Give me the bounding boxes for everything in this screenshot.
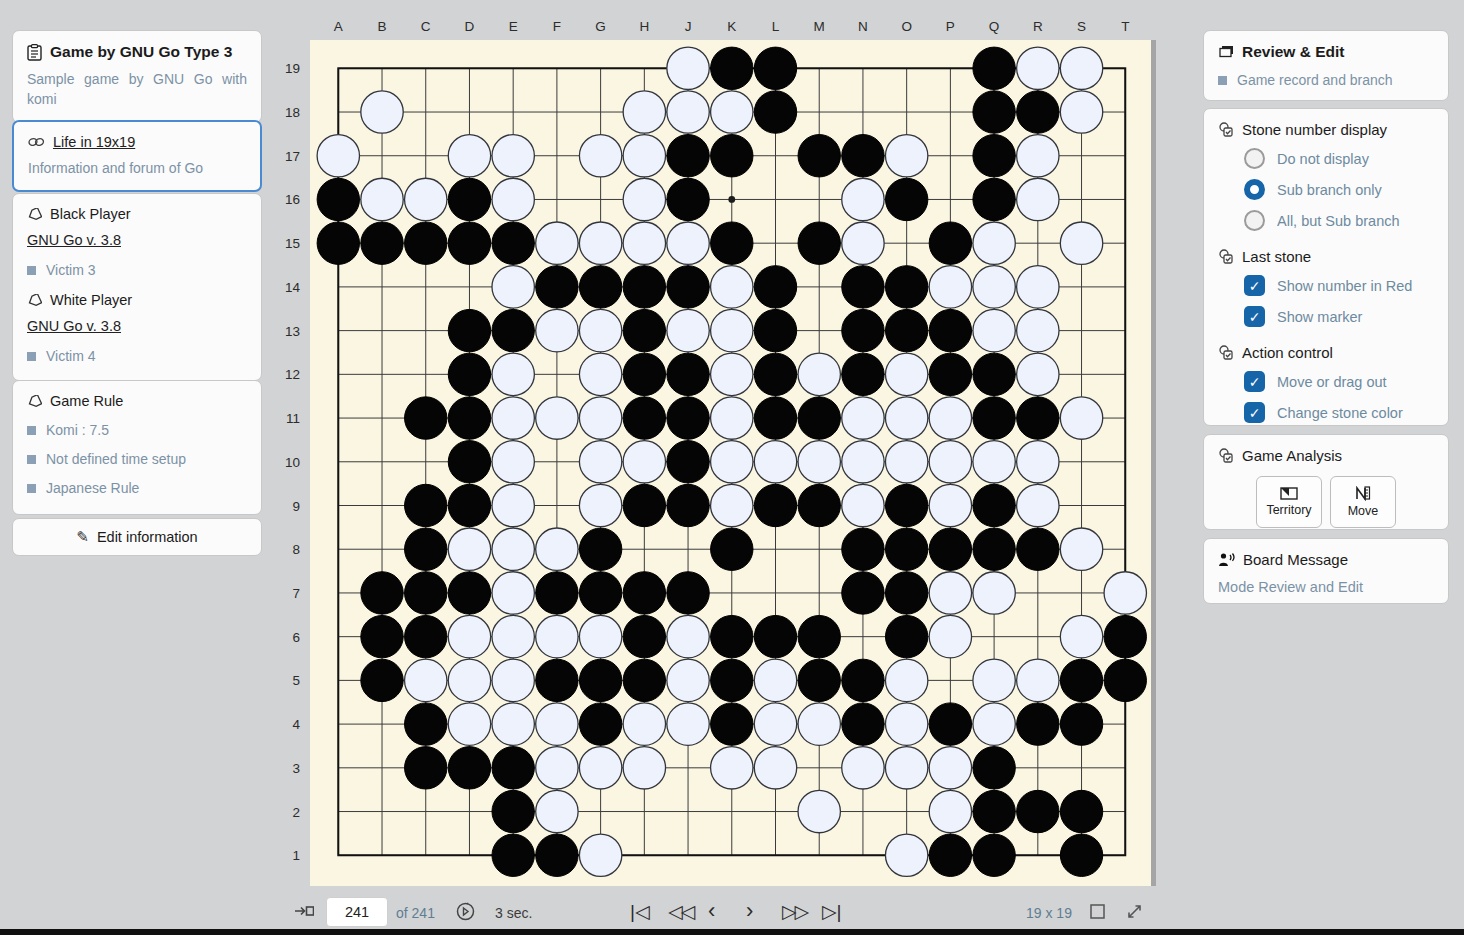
fast-forward-button[interactable]: ▷▷: [782, 900, 807, 923]
stone-black[interactable]: [885, 528, 927, 570]
stone-white[interactable]: [885, 747, 927, 789]
stone-black[interactable]: [754, 47, 796, 89]
stone-black[interactable]: [973, 747, 1015, 789]
stone-black[interactable]: [885, 615, 927, 657]
stone-white[interactable]: [492, 703, 534, 745]
stone-white[interactable]: [754, 441, 796, 483]
stone-black[interactable]: [361, 222, 403, 264]
stone-white[interactable]: [711, 91, 753, 133]
stone-black[interactable]: [929, 703, 971, 745]
stone-white[interactable]: [885, 441, 927, 483]
stone-black[interactable]: [842, 353, 884, 395]
stone-black[interactable]: [492, 834, 534, 876]
stone-black[interactable]: [973, 834, 1015, 876]
edit-information-button[interactable]: ✎ Edit information: [12, 518, 262, 556]
stone-black[interactable]: [623, 309, 665, 351]
stone-white[interactable]: [536, 615, 578, 657]
square-bullet-icon: [27, 266, 36, 275]
stone-black[interactable]: [842, 703, 884, 745]
move-total-label: of 241: [396, 905, 435, 921]
stone-black[interactable]: [711, 615, 753, 657]
stone-black[interactable]: [405, 703, 447, 745]
board-view-icon[interactable]: [1090, 904, 1105, 919]
stone-white[interactable]: [492, 528, 534, 570]
stone-black[interactable]: [1060, 659, 1102, 701]
last-move-button[interactable]: ▷|: [822, 900, 842, 923]
stone-white[interactable]: [885, 659, 927, 701]
stone-black[interactable]: [973, 135, 1015, 177]
stone-black[interactable]: [536, 572, 578, 614]
rule-time: Not defined time setup: [46, 451, 186, 467]
radio-sub-branch-only[interactable]: Sub branch only: [1244, 179, 1434, 200]
stone-black[interactable]: [1017, 790, 1059, 832]
stone-black[interactable]: [317, 222, 359, 264]
stone-black[interactable]: [448, 309, 490, 351]
stone-white[interactable]: [1017, 266, 1059, 308]
stone-black[interactable]: [1060, 703, 1102, 745]
stone-white[interactable]: [623, 747, 665, 789]
radio-all-but-sub-branch[interactable]: All, but Sub branch: [1244, 210, 1434, 231]
stone-white[interactable]: [973, 266, 1015, 308]
stone-white[interactable]: [405, 178, 447, 220]
stone-black[interactable]: [405, 222, 447, 264]
stone-white[interactable]: [1017, 178, 1059, 220]
stone-white[interactable]: [448, 659, 490, 701]
stone-white[interactable]: [754, 703, 796, 745]
stone-black[interactable]: [536, 266, 578, 308]
col-label: B: [378, 19, 387, 34]
stone-white[interactable]: [1060, 222, 1102, 264]
white-engine-link[interactable]: GNU Go v. 3.8: [27, 318, 121, 334]
stone-black[interactable]: [448, 397, 490, 439]
stone-white[interactable]: [536, 747, 578, 789]
stone-black[interactable]: [842, 266, 884, 308]
game-analysis-row: Game Analysis: [1218, 447, 1434, 464]
stone-white[interactable]: [579, 353, 621, 395]
stone-black[interactable]: [754, 353, 796, 395]
stone-black[interactable]: [885, 266, 927, 308]
territory-button[interactable]: Territory: [1256, 476, 1322, 528]
stone-black[interactable]: [1104, 615, 1146, 657]
stone-white[interactable]: [1017, 135, 1059, 177]
stone-white[interactable]: [579, 309, 621, 351]
stone-black[interactable]: [579, 572, 621, 614]
stone-black[interactable]: [667, 397, 709, 439]
stone-black[interactable]: [1017, 528, 1059, 570]
stone-white[interactable]: [1060, 397, 1102, 439]
stone-white[interactable]: [579, 615, 621, 657]
stone-black[interactable]: [579, 659, 621, 701]
stone-white[interactable]: [1017, 309, 1059, 351]
stone-white[interactable]: [492, 615, 534, 657]
stone-black[interactable]: [798, 484, 840, 526]
stone-white[interactable]: [929, 397, 971, 439]
stone-black[interactable]: [842, 572, 884, 614]
row-label: 12: [270, 367, 300, 382]
stone-white[interactable]: [579, 397, 621, 439]
stone-white[interactable]: [667, 703, 709, 745]
stone-black[interactable]: [1017, 703, 1059, 745]
stone-black[interactable]: [623, 266, 665, 308]
stone-white[interactable]: [623, 91, 665, 133]
stone-white[interactable]: [1017, 659, 1059, 701]
square-bullet-icon: [1218, 76, 1227, 85]
white-player-tag-icon: [27, 294, 42, 307]
radio-selected-icon[interactable]: [1244, 179, 1265, 200]
check-move-or-drag-out[interactable]: ✓ Move or drag out: [1244, 371, 1434, 392]
stone-black[interactable]: [448, 441, 490, 483]
board-message-row: Board Message: [1218, 551, 1434, 568]
stone-white[interactable]: [492, 572, 534, 614]
stone-white[interactable]: [929, 484, 971, 526]
stone-black[interactable]: [1060, 834, 1102, 876]
stone-black[interactable]: [754, 397, 796, 439]
check-show-number-in-red[interactable]: ✓ Show number in Red: [1244, 275, 1434, 296]
stone-black[interactable]: [405, 484, 447, 526]
stone-black[interactable]: [973, 47, 1015, 89]
stone-white[interactable]: [667, 222, 709, 264]
stone-black[interactable]: [798, 659, 840, 701]
stone-black[interactable]: [754, 91, 796, 133]
stone-black[interactable]: [754, 266, 796, 308]
stone-white[interactable]: [536, 528, 578, 570]
stone-white[interactable]: [1104, 572, 1146, 614]
stone-black[interactable]: [798, 397, 840, 439]
room-link[interactable]: Life in 19x19: [53, 134, 135, 150]
next-move-button[interactable]: ›: [746, 898, 753, 924]
stone-black[interactable]: [711, 222, 753, 264]
stone-black[interactable]: [492, 309, 534, 351]
stone-black[interactable]: [754, 484, 796, 526]
fullscreen-icon[interactable]: [1126, 903, 1143, 920]
stone-white[interactable]: [842, 222, 884, 264]
stone-black[interactable]: [667, 353, 709, 395]
stone-black[interactable]: [929, 834, 971, 876]
stone-black[interactable]: [754, 615, 796, 657]
stone-black[interactable]: [973, 528, 1015, 570]
stone-black[interactable]: [448, 747, 490, 789]
stone-white[interactable]: [448, 135, 490, 177]
stone-white[interactable]: [579, 222, 621, 264]
stone-black[interactable]: [929, 309, 971, 351]
stone-black[interactable]: [667, 178, 709, 220]
stone-white[interactable]: [579, 135, 621, 177]
stone-white[interactable]: [667, 309, 709, 351]
stone-white[interactable]: [711, 484, 753, 526]
stone-black[interactable]: [1017, 91, 1059, 133]
stone-white[interactable]: [1017, 484, 1059, 526]
stone-white[interactable]: [1060, 91, 1102, 133]
stone-black[interactable]: [536, 834, 578, 876]
stone-white[interactable]: [842, 747, 884, 789]
stone-black[interactable]: [929, 222, 971, 264]
fast-backward-button[interactable]: ◁◁: [668, 900, 693, 923]
stone-black[interactable]: [798, 615, 840, 657]
stone-black[interactable]: [579, 703, 621, 745]
stone-black[interactable]: [929, 528, 971, 570]
stone-white[interactable]: [885, 135, 927, 177]
stone-white[interactable]: [711, 397, 753, 439]
review-sub-row: Game record and branch: [1218, 72, 1434, 88]
stone-black[interactable]: [711, 135, 753, 177]
stone-white[interactable]: [361, 91, 403, 133]
stone-white[interactable]: [361, 178, 403, 220]
clipboard-icon: [27, 44, 42, 61]
checkbox-checked-icon[interactable]: ✓: [1244, 306, 1265, 327]
stone-black[interactable]: [798, 222, 840, 264]
stone-white[interactable]: [798, 441, 840, 483]
stone-black[interactable]: [842, 528, 884, 570]
stone-black[interactable]: [711, 528, 753, 570]
stone-black[interactable]: [623, 353, 665, 395]
territory-label: Territory: [1266, 503, 1311, 517]
col-label: R: [1033, 19, 1043, 34]
checkbox-checked-icon[interactable]: ✓: [1244, 371, 1265, 392]
action-control-row: Action control: [1218, 344, 1434, 361]
room-link-card[interactable]: Life in 19x19 Information and forum of G…: [12, 120, 262, 192]
stone-white[interactable]: [536, 703, 578, 745]
stone-white[interactable]: [492, 484, 534, 526]
stone-white[interactable]: [798, 790, 840, 832]
stone-white[interactable]: [929, 441, 971, 483]
stone-white[interactable]: [929, 572, 971, 614]
stone-black[interactable]: [317, 178, 359, 220]
stone-white[interactable]: [492, 397, 534, 439]
row-label: 11: [270, 411, 300, 426]
goban[interactable]: [310, 40, 1156, 886]
stone-black[interactable]: [973, 484, 1015, 526]
radio-icon[interactable]: [1244, 210, 1265, 231]
previous-move-button[interactable]: ‹: [708, 898, 715, 924]
square-bullet-icon: [27, 426, 36, 435]
stone-black[interactable]: [405, 572, 447, 614]
stone-black[interactable]: [492, 790, 534, 832]
stone-white[interactable]: [448, 528, 490, 570]
stone-white[interactable]: [929, 747, 971, 789]
stone-white[interactable]: [492, 266, 534, 308]
stone-black[interactable]: [492, 747, 534, 789]
stone-black[interactable]: [842, 135, 884, 177]
autoplay-icon[interactable]: [456, 902, 475, 921]
stone-black[interactable]: [842, 309, 884, 351]
stone-black[interactable]: [973, 353, 1015, 395]
stone-white[interactable]: [317, 135, 359, 177]
stone-black[interactable]: [667, 135, 709, 177]
stone-white[interactable]: [1017, 441, 1059, 483]
stone-white[interactable]: [536, 309, 578, 351]
stone-white[interactable]: [973, 441, 1015, 483]
stone-white[interactable]: [667, 91, 709, 133]
black-engine-link[interactable]: GNU Go v. 3.8: [27, 232, 121, 248]
col-label: H: [639, 19, 649, 34]
stone-black[interactable]: [361, 659, 403, 701]
check-show-marker[interactable]: ✓ Show marker: [1244, 306, 1434, 327]
stone-white[interactable]: [842, 397, 884, 439]
stone-white[interactable]: [842, 441, 884, 483]
stone-black[interactable]: [1060, 790, 1102, 832]
col-label: J: [685, 19, 692, 34]
stone-white[interactable]: [973, 309, 1015, 351]
stone-white[interactable]: [842, 178, 884, 220]
stone-black[interactable]: [405, 615, 447, 657]
stone-black[interactable]: [492, 222, 534, 264]
stone-white[interactable]: [579, 484, 621, 526]
stone-black[interactable]: [667, 266, 709, 308]
stone-black[interactable]: [448, 222, 490, 264]
row-label: 9: [270, 498, 300, 513]
stone-white[interactable]: [711, 266, 753, 308]
row-label: 7: [270, 585, 300, 600]
stone-white[interactable]: [492, 135, 534, 177]
col-label: O: [901, 19, 912, 34]
stone-white[interactable]: [579, 747, 621, 789]
stone-white[interactable]: [973, 703, 1015, 745]
square-bullet-icon: [27, 352, 36, 361]
stone-black[interactable]: [623, 572, 665, 614]
stone-white[interactable]: [492, 353, 534, 395]
first-move-button[interactable]: |◁: [630, 900, 650, 923]
stone-black[interactable]: [885, 484, 927, 526]
stone-black[interactable]: [536, 659, 578, 701]
stone-white[interactable]: [667, 47, 709, 89]
stone-black[interactable]: [623, 615, 665, 657]
stone-white[interactable]: [667, 659, 709, 701]
stone-white[interactable]: [667, 615, 709, 657]
stone-white[interactable]: [798, 353, 840, 395]
stone-white[interactable]: [405, 659, 447, 701]
stone-white[interactable]: [711, 353, 753, 395]
move-number-input[interactable]: [326, 897, 388, 927]
stone-black[interactable]: [929, 353, 971, 395]
stone-white[interactable]: [973, 659, 1015, 701]
board-message-card: Board Message Mode Review and Edit: [1203, 538, 1449, 604]
stone-white[interactable]: [885, 834, 927, 876]
row-label: 1: [270, 848, 300, 863]
check-change-stone-color[interactable]: ✓ Change stone color: [1244, 402, 1434, 423]
stone-white[interactable]: [929, 790, 971, 832]
stone-black[interactable]: [973, 397, 1015, 439]
stone-white[interactable]: [492, 659, 534, 701]
stone-white[interactable]: [492, 178, 534, 220]
stone-black[interactable]: [448, 353, 490, 395]
stone-black[interactable]: [448, 572, 490, 614]
stone-white[interactable]: [929, 615, 971, 657]
stone-white[interactable]: [754, 747, 796, 789]
stone-white[interactable]: [492, 441, 534, 483]
stone-black[interactable]: [842, 659, 884, 701]
stone-black[interactable]: [405, 397, 447, 439]
col-label: K: [727, 19, 736, 34]
stone-black[interactable]: [361, 572, 403, 614]
stone-white[interactable]: [1060, 528, 1102, 570]
stone-black[interactable]: [667, 572, 709, 614]
col-label: N: [858, 19, 868, 34]
stone-black[interactable]: [711, 47, 753, 89]
stone-black[interactable]: [885, 309, 927, 351]
stone-black[interactable]: [1104, 659, 1146, 701]
stone-white[interactable]: [885, 703, 927, 745]
stone-black[interactable]: [667, 484, 709, 526]
stone-white[interactable]: [885, 353, 927, 395]
stone-white[interactable]: [1060, 47, 1102, 89]
stone-white[interactable]: [1017, 353, 1059, 395]
stone-black[interactable]: [448, 178, 490, 220]
stone-white[interactable]: [623, 178, 665, 220]
stone-white[interactable]: [1017, 47, 1059, 89]
stone-white[interactable]: [754, 659, 796, 701]
stone-white[interactable]: [711, 747, 753, 789]
stone-black[interactable]: [711, 703, 753, 745]
stone-black[interactable]: [623, 484, 665, 526]
stone-white[interactable]: [1060, 615, 1102, 657]
stone-black[interactable]: [973, 91, 1015, 133]
stone-black[interactable]: [711, 659, 753, 701]
last-stone-title: Last stone: [1242, 248, 1311, 265]
stone-white[interactable]: [885, 397, 927, 439]
stone-white[interactable]: [448, 615, 490, 657]
checkbox-checked-icon[interactable]: ✓: [1244, 275, 1265, 296]
checkbox-checked-icon[interactable]: ✓: [1244, 402, 1265, 423]
stone-white[interactable]: [536, 397, 578, 439]
stone-white[interactable]: [579, 441, 621, 483]
move-analysis-button[interactable]: Move: [1330, 476, 1396, 528]
stone-white[interactable]: [711, 309, 753, 351]
stone-white[interactable]: [623, 703, 665, 745]
stone-white[interactable]: [623, 135, 665, 177]
stone-white[interactable]: [711, 441, 753, 483]
stone-white[interactable]: [623, 441, 665, 483]
stone-check-icon: [1218, 122, 1234, 138]
stone-white[interactable]: [536, 222, 578, 264]
white-sub-label: Victim 4: [46, 348, 96, 364]
radio-do-not-display[interactable]: Do not display: [1244, 148, 1434, 169]
stone-white[interactable]: [536, 790, 578, 832]
stone-black[interactable]: [623, 659, 665, 701]
stone-white[interactable]: [842, 484, 884, 526]
stone-black[interactable]: [448, 484, 490, 526]
stone-white[interactable]: [579, 834, 621, 876]
stone-black[interactable]: [623, 397, 665, 439]
goto-move-icon[interactable]: [294, 903, 314, 919]
hoshi-point: [728, 196, 735, 203]
stone-white[interactable]: [623, 222, 665, 264]
stone-black[interactable]: [973, 790, 1015, 832]
stone-black[interactable]: [973, 178, 1015, 220]
stone-black[interactable]: [361, 615, 403, 657]
stone-black[interactable]: [1017, 397, 1059, 439]
stone-white[interactable]: [973, 222, 1015, 264]
playback-toolbar: of 241 3 sec. |◁ ◁◁ ‹ › ▷▷ ▷| 19 x 19: [0, 896, 1464, 930]
stone-black[interactable]: [885, 572, 927, 614]
stone-black[interactable]: [405, 747, 447, 789]
stone-white[interactable]: [448, 703, 490, 745]
stone-white[interactable]: [929, 266, 971, 308]
stone-black[interactable]: [885, 178, 927, 220]
stone-black[interactable]: [579, 528, 621, 570]
radio-icon[interactable]: [1244, 148, 1265, 169]
col-label: D: [465, 19, 475, 34]
stone-black[interactable]: [405, 528, 447, 570]
stone-white[interactable]: [798, 703, 840, 745]
stone-black[interactable]: [798, 135, 840, 177]
stone-black[interactable]: [579, 266, 621, 308]
stone-black[interactable]: [754, 309, 796, 351]
goban-grid[interactable]: [310, 40, 1151, 886]
stone-white[interactable]: [973, 572, 1015, 614]
row-label: 4: [270, 717, 300, 732]
review-subtitle: Game record and branch: [1237, 72, 1393, 88]
stone-black[interactable]: [667, 441, 709, 483]
